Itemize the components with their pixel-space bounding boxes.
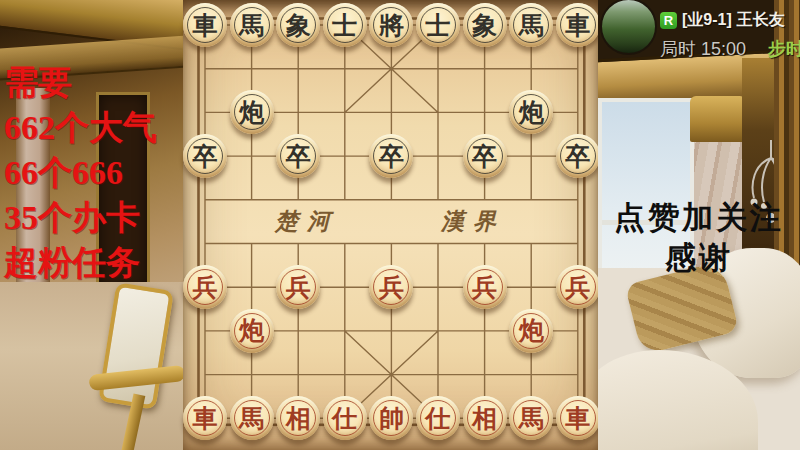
step-time-label: 步时 bbox=[768, 37, 800, 61]
piece-glyph: 車 bbox=[565, 13, 590, 38]
piece-glyph: 相 bbox=[286, 406, 311, 431]
piece-glyph: 兵 bbox=[472, 275, 497, 300]
piece-red-general[interactable]: 帥 bbox=[369, 396, 413, 440]
piece-glyph: 仕 bbox=[425, 406, 450, 431]
piece-glyph: 馬 bbox=[239, 406, 264, 431]
piece-black-soldier[interactable]: 卒 bbox=[369, 134, 413, 178]
piece-red-soldier[interactable]: 兵 bbox=[556, 265, 600, 309]
overlay-line: 感谢 bbox=[600, 238, 798, 278]
player-rank-tag: [业9-1] bbox=[682, 10, 732, 31]
piece-glyph: 兵 bbox=[379, 275, 404, 300]
piece-black-chariot[interactable]: 車 bbox=[556, 3, 600, 47]
piece-glyph: 炮 bbox=[239, 100, 264, 125]
piece-glyph: 士 bbox=[332, 13, 357, 38]
gold-chair bbox=[73, 286, 183, 450]
piece-black-elephant[interactable]: 象 bbox=[276, 3, 320, 47]
piece-glyph: 卒 bbox=[379, 144, 404, 169]
game-time-label: 局时 bbox=[660, 39, 696, 59]
piece-glyph: 將 bbox=[379, 13, 404, 38]
piece-black-soldier[interactable]: 卒 bbox=[463, 134, 507, 178]
piece-red-cannon[interactable]: 炮 bbox=[509, 309, 553, 353]
piece-black-soldier[interactable]: 卒 bbox=[276, 134, 320, 178]
piece-glyph: 仕 bbox=[332, 406, 357, 431]
piece-red-soldier[interactable]: 兵 bbox=[463, 265, 507, 309]
overlay-line: 超粉任务 bbox=[4, 240, 183, 285]
piece-red-advisor[interactable]: 仕 bbox=[323, 396, 367, 440]
piece-glyph: 象 bbox=[472, 13, 497, 38]
piece-red-horse[interactable]: 馬 bbox=[509, 396, 553, 440]
piece-red-elephant[interactable]: 相 bbox=[463, 396, 507, 440]
piece-black-elephant[interactable]: 象 bbox=[463, 3, 507, 47]
piece-black-general[interactable]: 將 bbox=[369, 3, 413, 47]
piece-glyph: 馬 bbox=[519, 13, 544, 38]
piece-black-horse[interactable]: 馬 bbox=[230, 3, 274, 47]
board-points: 車馬象士將士象馬車炮炮卒卒卒卒卒兵兵兵兵兵炮炮車馬相仕帥仕相馬車 bbox=[182, 3, 601, 440]
piece-red-cannon[interactable]: 炮 bbox=[230, 309, 274, 353]
piece-red-soldier[interactable]: 兵 bbox=[183, 265, 227, 309]
piece-red-soldier[interactable]: 兵 bbox=[369, 265, 413, 309]
piece-glyph: 士 bbox=[425, 13, 450, 38]
background-right-room: 点赞加关注 感谢 bbox=[598, 0, 800, 450]
game-time-value: 15:00 bbox=[701, 39, 746, 59]
piece-red-horse[interactable]: 馬 bbox=[230, 396, 274, 440]
piece-black-chariot[interactable]: 車 bbox=[183, 3, 227, 47]
piece-glyph: 象 bbox=[286, 13, 311, 38]
piece-glyph: 炮 bbox=[519, 318, 544, 343]
piece-glyph: 相 bbox=[472, 406, 497, 431]
left-donation-overlay: 需要 662个大气 66个666 35个办卡 超粉任务 bbox=[4, 60, 183, 285]
piece-glyph: 車 bbox=[193, 406, 218, 431]
game-clock: 局时 15:00 bbox=[660, 37, 746, 61]
piece-black-cannon[interactable]: 炮 bbox=[509, 90, 553, 134]
overlay-line: 35个办卡 bbox=[4, 195, 183, 240]
piece-glyph: 卒 bbox=[565, 144, 590, 169]
piece-glyph: 兵 bbox=[286, 275, 311, 300]
piece-glyph: 馬 bbox=[519, 406, 544, 431]
player-info-panel: R [业9-1] 王长友 局时 15:00 步时 bbox=[598, 0, 800, 64]
rank-badge-icon: R bbox=[660, 12, 677, 29]
piece-glyph: 車 bbox=[565, 406, 590, 431]
piece-black-soldier[interactable]: 卒 bbox=[183, 134, 227, 178]
player-name-row: R [业9-1] 王长友 bbox=[660, 10, 785, 31]
piece-glyph: 卒 bbox=[286, 144, 311, 169]
piece-black-advisor[interactable]: 士 bbox=[323, 3, 367, 47]
piece-red-soldier[interactable]: 兵 bbox=[276, 265, 320, 309]
chair-back-cushion bbox=[98, 282, 174, 410]
player-avatar bbox=[600, 0, 657, 55]
piece-glyph: 兵 bbox=[565, 275, 590, 300]
piece-glyph: 卒 bbox=[193, 144, 218, 169]
piece-glyph: 帥 bbox=[379, 406, 404, 431]
piece-red-chariot[interactable]: 車 bbox=[556, 396, 600, 440]
piece-red-elephant[interactable]: 相 bbox=[276, 396, 320, 440]
piece-black-soldier[interactable]: 卒 bbox=[556, 134, 600, 178]
xiangqi-board[interactable]: 楚河 漢界 車馬象士將士象馬車炮炮卒卒卒卒卒兵兵兵兵兵炮炮車馬相仕帥仕相馬車 bbox=[183, 0, 598, 450]
right-thanks-overlay: 点赞加关注 感谢 bbox=[600, 198, 798, 278]
overlay-line: 662个大气 bbox=[4, 105, 183, 150]
piece-black-cannon[interactable]: 炮 bbox=[230, 90, 274, 134]
white-sofa bbox=[598, 268, 800, 450]
piece-glyph: 車 bbox=[193, 13, 218, 38]
piece-black-horse[interactable]: 馬 bbox=[509, 3, 553, 47]
piece-glyph: 兵 bbox=[193, 275, 218, 300]
piece-glyph: 馬 bbox=[239, 13, 264, 38]
player-name: 王长友 bbox=[737, 10, 785, 31]
gold-column-capital bbox=[690, 96, 746, 142]
overlay-line: 点赞加关注 bbox=[600, 198, 798, 238]
piece-red-advisor[interactable]: 仕 bbox=[416, 396, 460, 440]
piece-glyph: 卒 bbox=[472, 144, 497, 169]
piece-black-advisor[interactable]: 士 bbox=[416, 3, 460, 47]
stream-frame: 需要 662个大气 66个666 35个办卡 超粉任务 楚河 漢界 車馬象士將士… bbox=[0, 0, 800, 450]
background-left-palace: 需要 662个大气 66个666 35个办卡 超粉任务 bbox=[0, 0, 183, 450]
piece-red-chariot[interactable]: 車 bbox=[183, 396, 227, 440]
overlay-line: 66个666 bbox=[4, 150, 183, 195]
piece-glyph: 炮 bbox=[519, 100, 544, 125]
overlay-line: 需要 bbox=[4, 60, 183, 105]
piece-glyph: 炮 bbox=[239, 318, 264, 343]
